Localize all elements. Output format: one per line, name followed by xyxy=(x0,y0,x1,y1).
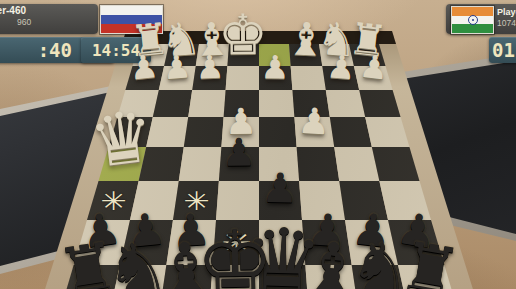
piece-black-P-e5[interactable]: ♟ xyxy=(222,133,257,172)
piece-white-P-b2[interactable]: ♟ xyxy=(325,51,356,85)
piece-black-R-h8[interactable]: ♜ xyxy=(53,232,124,289)
piece-white-P-f2[interactable]: ♟ xyxy=(195,52,225,85)
right-player-name: Player xyxy=(497,7,516,17)
right-clock-main: 01 xyxy=(489,37,516,63)
piece-white-B-c1[interactable]: ♝ xyxy=(284,16,327,63)
piece-white-P-a2[interactable]: ♟ xyxy=(357,51,389,86)
piece-white-P-c4[interactable]: ♟ xyxy=(297,102,331,140)
right-player-rating: 1074 xyxy=(497,18,516,28)
india-flag-icon xyxy=(451,6,494,34)
chess-app-screen: ✳✳✳ ♜♞♝♚♝♞♜♟♟♟♟♟♟♟♟♛♟♟♟♟♟♟♟♟♜♞♝♛♚♝♞♜ Pla… xyxy=(0,0,516,289)
piece-black-P-d6[interactable]: ♟ xyxy=(261,168,299,210)
ashoka-chakra-icon xyxy=(468,15,478,25)
piece-white-P-g2[interactable]: ♟ xyxy=(162,51,193,85)
left-player-rating: 960 xyxy=(17,17,31,27)
piece-white-Q-h5[interactable]: ♛ xyxy=(86,100,158,179)
left-player-name: Player-460 xyxy=(0,5,26,16)
piece-white-P-d2[interactable]: ♟ xyxy=(261,52,290,85)
piece-white-P-h2[interactable]: ♟ xyxy=(129,51,161,86)
